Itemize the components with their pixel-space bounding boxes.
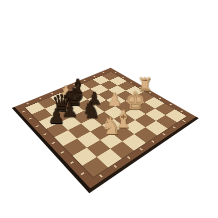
chessboard-photo-scene: ♟♝♛♚♟♟♟♞♟♜♚♞♝ xyxy=(0,0,218,218)
chess-board: ♟♝♛♚♟♟♟♞♟♜♚♞♝ xyxy=(12,68,199,193)
piece-black-pawn-a5[interactable]: ♟ xyxy=(43,102,70,130)
piece-white-knight-c2[interactable]: ♞ xyxy=(97,112,125,141)
